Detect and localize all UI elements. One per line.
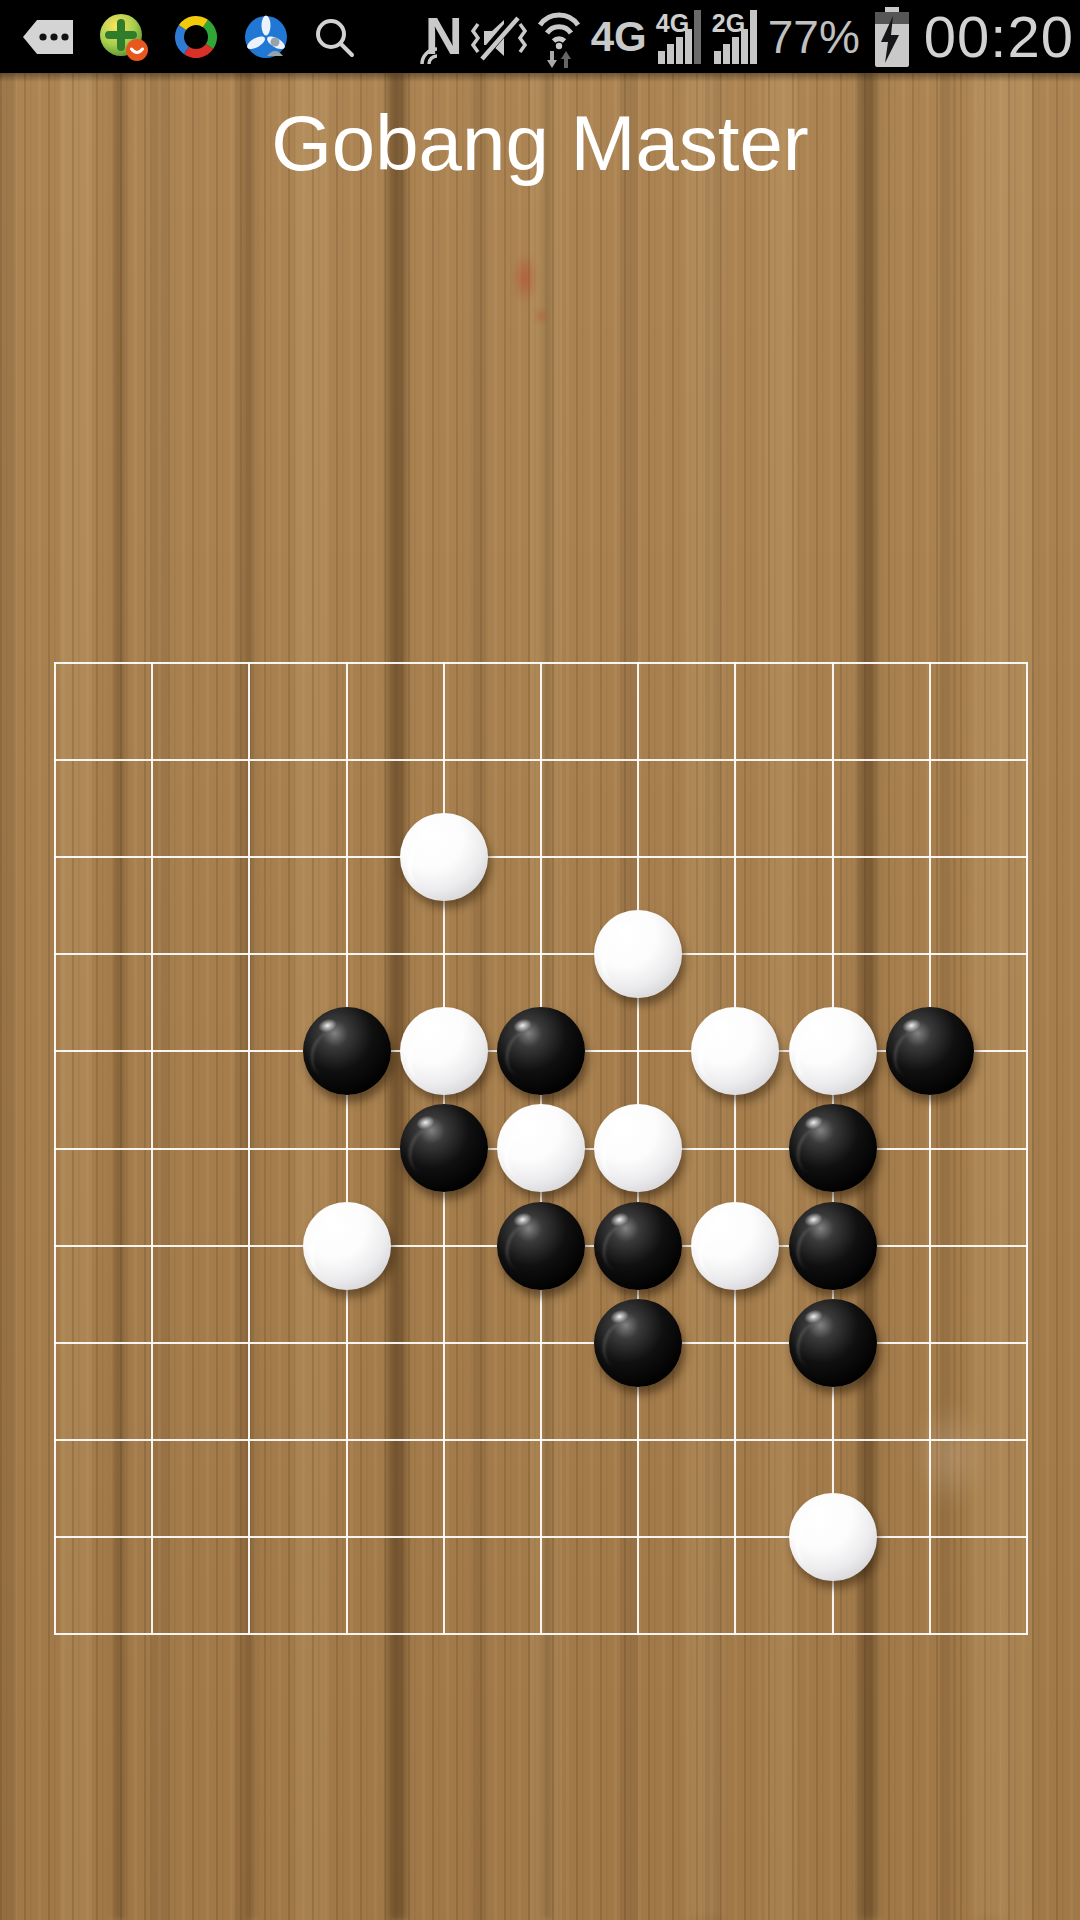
signal-bar bbox=[667, 44, 674, 64]
black-stone: ● bbox=[886, 1007, 974, 1095]
signal-bar bbox=[741, 29, 748, 64]
black-stone: ● bbox=[497, 1202, 585, 1290]
signal-2g-bars bbox=[714, 10, 757, 64]
clock: 00:20 bbox=[924, 3, 1074, 70]
wifi-updown-icon bbox=[536, 6, 582, 68]
white-stone-glyph: ○ bbox=[303, 1202, 391, 1290]
white-stone-glyph: ○ bbox=[594, 910, 682, 998]
signal-4g: 4G bbox=[656, 9, 703, 65]
black-stone-glyph: ● bbox=[886, 1007, 974, 1095]
battery-percent-label: 77% bbox=[768, 10, 860, 64]
white-stone: ○ bbox=[789, 1007, 877, 1095]
mute-vibrate-icon bbox=[471, 11, 527, 63]
search-icon bbox=[312, 15, 356, 59]
white-stone-glyph: ○ bbox=[691, 1007, 779, 1095]
svg-text:N: N bbox=[425, 8, 462, 65]
white-stone: ○ bbox=[594, 1104, 682, 1192]
black-stone-glyph: ● bbox=[594, 1299, 682, 1387]
white-stone: ○ bbox=[400, 1007, 488, 1095]
signal-2g: 2G bbox=[712, 9, 759, 65]
signal-bar bbox=[723, 44, 730, 64]
black-stone: ● bbox=[789, 1104, 877, 1192]
signal-bar bbox=[658, 51, 665, 64]
signal-bar bbox=[732, 37, 739, 64]
battery-icon bbox=[873, 7, 911, 67]
white-stone: ○ bbox=[594, 910, 682, 998]
black-stone: ● bbox=[497, 1007, 585, 1095]
status-bar: N 4G 4G 2G 77% bbox=[0, 0, 1080, 73]
black-stone-glyph: ● bbox=[789, 1202, 877, 1290]
white-stone-glyph: ○ bbox=[400, 1007, 488, 1095]
black-stone: ● bbox=[789, 1202, 877, 1290]
signal-bar bbox=[750, 10, 757, 64]
wood-red-mark bbox=[534, 308, 548, 324]
black-stone-glyph: ● bbox=[497, 1202, 585, 1290]
white-stone-glyph: ○ bbox=[789, 1493, 877, 1581]
white-stone: ○ bbox=[691, 1202, 779, 1290]
signal-bar bbox=[714, 51, 721, 64]
status-bar-left bbox=[0, 12, 356, 62]
signal-bar bbox=[685, 29, 692, 64]
white-stone-glyph: ○ bbox=[691, 1202, 779, 1290]
white-stone: ○ bbox=[400, 813, 488, 901]
white-stone-glyph: ○ bbox=[400, 813, 488, 901]
phone-guard-app-icon bbox=[98, 12, 150, 62]
white-stone: ○ bbox=[789, 1493, 877, 1581]
black-stone: ● bbox=[594, 1299, 682, 1387]
black-stone-glyph: ● bbox=[594, 1202, 682, 1290]
stone-grid: ○○●○●○○●●○○●○●●○●●●○ bbox=[6, 614, 1075, 1682]
black-stone: ● bbox=[303, 1007, 391, 1095]
pinwheel-app-icon bbox=[172, 13, 220, 61]
black-stone: ● bbox=[594, 1202, 682, 1290]
white-stone-glyph: ○ bbox=[594, 1104, 682, 1192]
signal-4g-bars bbox=[658, 10, 701, 64]
black-stone-glyph: ● bbox=[303, 1007, 391, 1095]
network-type-label: 4G bbox=[591, 13, 647, 61]
nfc-icon: N bbox=[420, 8, 462, 66]
black-stone-glyph: ● bbox=[789, 1104, 877, 1192]
black-stone-glyph: ● bbox=[497, 1007, 585, 1095]
charging-bolt-icon bbox=[873, 12, 907, 67]
game-board[interactable]: ○○●○●○○●●○○●○●●○●●●○ bbox=[54, 662, 1028, 1635]
wood-red-mark bbox=[512, 252, 538, 304]
signal-bar bbox=[676, 37, 683, 64]
white-stone: ○ bbox=[497, 1104, 585, 1192]
recent-apps-icon bbox=[20, 17, 76, 57]
browser-app-icon bbox=[242, 13, 290, 61]
black-stone-glyph: ● bbox=[400, 1104, 488, 1192]
white-stone: ○ bbox=[303, 1202, 391, 1290]
white-stone-glyph: ○ bbox=[497, 1104, 585, 1192]
black-stone: ● bbox=[400, 1104, 488, 1192]
black-stone: ● bbox=[789, 1299, 877, 1387]
page-title: Gobang Master bbox=[0, 98, 1080, 189]
white-stone: ○ bbox=[691, 1007, 779, 1095]
black-stone-glyph: ● bbox=[789, 1299, 877, 1387]
status-bar-right: N 4G 4G 2G 77% bbox=[420, 3, 1080, 70]
white-stone-glyph: ○ bbox=[789, 1007, 877, 1095]
signal-bar bbox=[694, 10, 701, 64]
